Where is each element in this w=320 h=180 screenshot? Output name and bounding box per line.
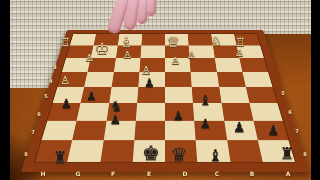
piece-black-pawn-a7[interactable]: ♟	[267, 123, 280, 137]
square-e6[interactable]	[136, 103, 165, 121]
piece-black-pawn-h6[interactable]: ♟	[61, 97, 73, 110]
rank-label-left-3: 3	[53, 64, 56, 70]
square-a6[interactable]	[249, 103, 282, 121]
file-label-F: F	[111, 170, 115, 177]
piece-white-pawn-f2[interactable]: ♙	[123, 50, 132, 60]
piece-white-pawn-d3[interactable]: ♙	[171, 56, 180, 66]
rank-label-right-7: 7	[295, 128, 298, 134]
piece-black-bishop-c5[interactable]: ♝	[199, 93, 212, 107]
piece-black-pawn-g5[interactable]: ♟	[86, 90, 97, 102]
piece-black-rook-h8[interactable]: ♜	[53, 150, 67, 166]
rank-label-right-5: 5	[281, 90, 284, 96]
piece-black-rook-a8[interactable]: ♜	[280, 146, 294, 162]
piece-black-pawn-b7[interactable]: ♟	[233, 120, 246, 134]
square-d7[interactable]	[165, 121, 196, 141]
square-c1[interactable]	[188, 34, 213, 46]
piece-white-rook-h1[interactable]: ♖	[61, 37, 71, 48]
square-a3[interactable]	[239, 58, 268, 72]
rank-label-left-4: 4	[49, 78, 52, 84]
square-f3[interactable]	[113, 58, 140, 72]
piece-black-pawn-d6[interactable]: ♟	[173, 109, 185, 122]
file-label-E: E	[147, 170, 151, 177]
piece-white-pawn-c2[interactable]: ♙	[187, 50, 196, 60]
file-label-D: D	[183, 170, 188, 177]
piece-black-king-e8[interactable]: ♚	[142, 143, 160, 163]
square-b5[interactable]	[219, 87, 250, 103]
pillarbox-left	[0, 0, 10, 180]
square-e2[interactable]	[140, 45, 165, 58]
rank-label-left-7: 7	[31, 129, 34, 135]
rank-label-left-5: 5	[44, 93, 47, 99]
piece-black-pawn-e5[interactable]: ♟	[144, 77, 155, 89]
square-g6[interactable]	[77, 103, 109, 121]
square-f8[interactable]	[100, 140, 134, 162]
file-label-B: B	[250, 170, 255, 177]
rank-label-left-8: 8	[24, 151, 27, 157]
file-label-A: A	[286, 170, 291, 177]
rank-label-right-8: 8	[303, 151, 306, 157]
piece-white-pawn-g3[interactable]: ♙	[85, 53, 94, 63]
square-b8[interactable]	[227, 140, 263, 162]
square-e7[interactable]	[134, 121, 165, 141]
file-label-G: G	[76, 170, 81, 177]
video-frame: HGFEDCBA3456785678 ♘♖♖♗♕♔♙♙♙♙♙♙♙♟♟♝♟♞♟♟♟…	[0, 0, 320, 180]
square-h7[interactable]	[42, 121, 77, 141]
piece-white-king-g2[interactable]: ♔	[95, 41, 109, 57]
piece-black-pawn-c7[interactable]: ♟	[200, 117, 212, 130]
piece-white-pawn-h4[interactable]: ♙	[61, 75, 71, 86]
square-g4[interactable]	[84, 72, 113, 87]
file-label-C: C	[215, 170, 219, 177]
square-c3[interactable]	[190, 58, 217, 72]
hand-finger	[147, 0, 157, 16]
piece-black-pawn-f7[interactable]: ♟	[110, 113, 122, 126]
piece-white-queen-d1[interactable]: ♕	[167, 35, 180, 50]
square-d5[interactable]	[165, 87, 193, 103]
piece-black-bishop-c8[interactable]: ♝	[208, 148, 222, 164]
square-b4[interactable]	[217, 72, 246, 87]
square-d4[interactable]	[165, 72, 192, 87]
rank-label-right-6: 6	[288, 109, 291, 115]
pillarbox-right	[311, 0, 320, 180]
piece-white-knight-b1[interactable]: ♘	[211, 35, 222, 47]
square-a4[interactable]	[242, 72, 272, 87]
piece-white-pawn-a2[interactable]: ♙	[235, 48, 244, 58]
square-c4[interactable]	[191, 72, 219, 87]
square-e1[interactable]	[141, 34, 165, 46]
piece-white-pawn-e4[interactable]: ♙	[142, 65, 152, 76]
square-h1[interactable]	[70, 34, 96, 46]
file-label-H: H	[40, 170, 45, 177]
square-g7[interactable]	[72, 121, 106, 141]
piece-black-queen-d8[interactable]: ♛	[171, 145, 188, 164]
board-squares[interactable]	[34, 33, 296, 162]
rank-label-left-6: 6	[37, 111, 40, 117]
piece-white-bishop-in-hand-f2[interactable]: ♗	[120, 35, 133, 49]
square-b3[interactable]	[214, 58, 242, 72]
square-g8[interactable]	[68, 140, 104, 162]
square-a5[interactable]	[246, 87, 278, 103]
square-f4[interactable]	[111, 72, 139, 87]
piece-black-knight-f6[interactable]: ♞	[110, 99, 123, 113]
